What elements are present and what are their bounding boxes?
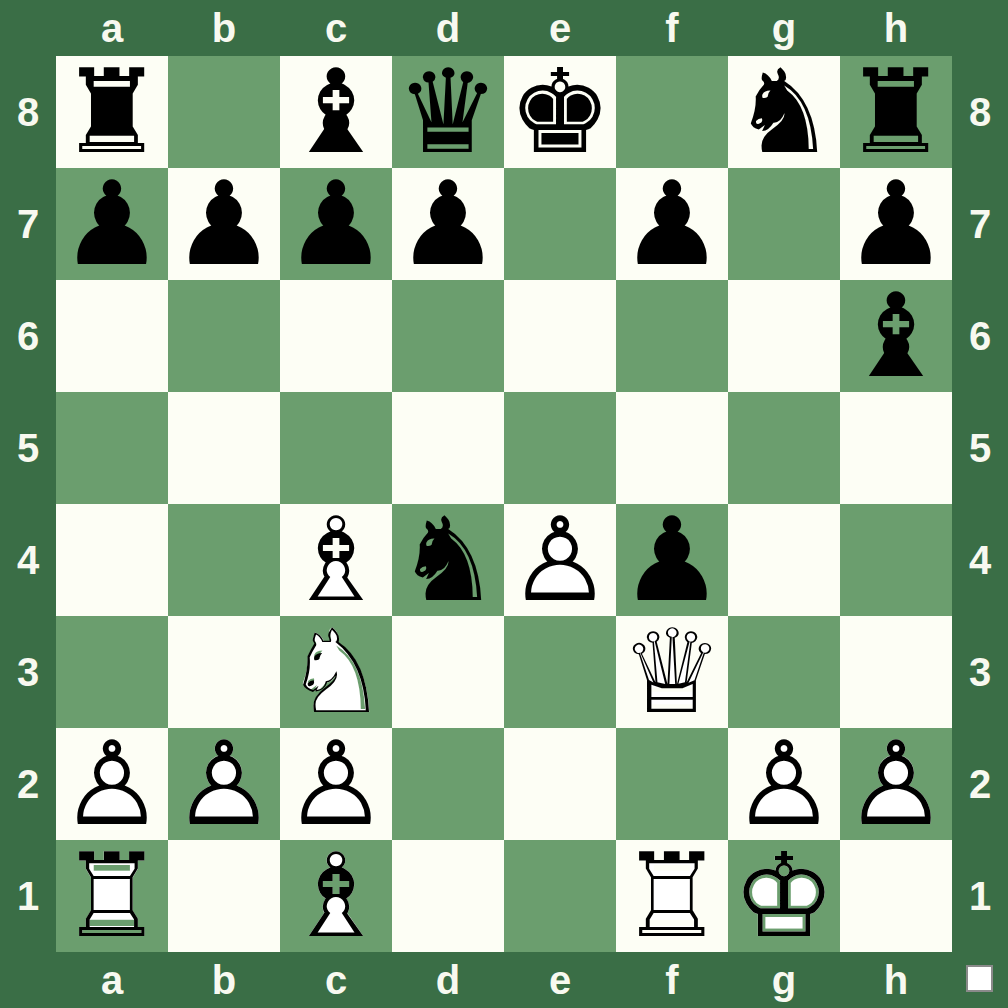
square-h5[interactable]: [840, 392, 952, 504]
black-rook: ♜: [840, 56, 952, 168]
rank-label-3: 3: [952, 616, 1008, 728]
square-b5[interactable]: [168, 392, 280, 504]
square-e7[interactable]: [504, 168, 616, 280]
square-a5[interactable]: [56, 392, 168, 504]
square-h1[interactable]: [840, 840, 952, 952]
square-e2[interactable]: [504, 728, 616, 840]
square-d8[interactable]: ♛: [392, 56, 504, 168]
file-label-e: e: [504, 952, 616, 1008]
square-d7[interactable]: ♟: [392, 168, 504, 280]
square-c8[interactable]: ♝: [280, 56, 392, 168]
black-queen: ♛: [392, 56, 504, 168]
white-queen: ♛♕: [616, 616, 728, 728]
chess-board-frame: abcdefgh 87654321 87654321 abcdefgh ♜♝♛♚…: [0, 0, 1008, 1008]
square-e3[interactable]: [504, 616, 616, 728]
black-pawn: ♟: [56, 168, 168, 280]
square-h8[interactable]: ♜: [840, 56, 952, 168]
square-e8[interactable]: ♚: [504, 56, 616, 168]
white-rook: ♜♖: [616, 840, 728, 952]
rank-label-4: 4: [952, 504, 1008, 616]
white-pawn: ♟♙: [728, 728, 840, 840]
square-e6[interactable]: [504, 280, 616, 392]
square-g2[interactable]: ♟♙: [728, 728, 840, 840]
rank-label-6: 6: [0, 280, 56, 392]
white-pawn: ♟♙: [168, 728, 280, 840]
rank-label-8: 8: [0, 56, 56, 168]
rank-label-8: 8: [952, 56, 1008, 168]
square-b1[interactable]: [168, 840, 280, 952]
rank-label-3: 3: [0, 616, 56, 728]
rank-label-2: 2: [0, 728, 56, 840]
square-a1[interactable]: ♜♖: [56, 840, 168, 952]
square-c5[interactable]: [280, 392, 392, 504]
white-to-move-indicator: [966, 965, 993, 992]
square-c7[interactable]: ♟: [280, 168, 392, 280]
rank-label-7: 7: [0, 168, 56, 280]
rank-label-1: 1: [952, 840, 1008, 952]
square-g7[interactable]: [728, 168, 840, 280]
white-pawn: ♟♙: [840, 728, 952, 840]
square-f7[interactable]: ♟: [616, 168, 728, 280]
square-e4[interactable]: ♟♙: [504, 504, 616, 616]
square-c6[interactable]: [280, 280, 392, 392]
rank-label-5: 5: [0, 392, 56, 504]
black-pawn: ♟: [616, 504, 728, 616]
square-e1[interactable]: [504, 840, 616, 952]
white-pawn: ♟♙: [504, 504, 616, 616]
square-h3[interactable]: [840, 616, 952, 728]
rank-labels-right: 87654321: [952, 56, 1008, 952]
square-a4[interactable]: [56, 504, 168, 616]
square-a7[interactable]: ♟: [56, 168, 168, 280]
square-b2[interactable]: ♟♙: [168, 728, 280, 840]
square-f8[interactable]: [616, 56, 728, 168]
square-f5[interactable]: [616, 392, 728, 504]
white-bishop: ♝♗: [280, 840, 392, 952]
black-pawn: ♟: [616, 168, 728, 280]
rank-label-5: 5: [952, 392, 1008, 504]
square-a8[interactable]: ♜: [56, 56, 168, 168]
file-label-h: h: [840, 952, 952, 1008]
square-g1[interactable]: ♚♔: [728, 840, 840, 952]
square-g3[interactable]: [728, 616, 840, 728]
black-bishop: ♝: [280, 56, 392, 168]
square-f3[interactable]: ♛♕: [616, 616, 728, 728]
black-knight: ♞: [728, 56, 840, 168]
rank-labels-left: 87654321: [0, 56, 56, 952]
chess-board[interactable]: ♜♝♛♚♞♜♟♟♟♟♟♟♝♝♗♞♟♙♟♞♘♛♕♟♙♟♙♟♙♟♙♟♙♜♖♝♗♜♖♚…: [56, 56, 952, 952]
black-pawn: ♟: [168, 168, 280, 280]
rank-label-4: 4: [0, 504, 56, 616]
white-pawn: ♟♙: [280, 728, 392, 840]
rank-label-1: 1: [0, 840, 56, 952]
square-f6[interactable]: [616, 280, 728, 392]
square-b6[interactable]: [168, 280, 280, 392]
black-pawn: ♟: [280, 168, 392, 280]
square-a3[interactable]: [56, 616, 168, 728]
square-d5[interactable]: [392, 392, 504, 504]
square-c4[interactable]: ♝♗: [280, 504, 392, 616]
square-c3[interactable]: ♞♘: [280, 616, 392, 728]
black-king: ♚: [504, 56, 616, 168]
square-d3[interactable]: [392, 616, 504, 728]
black-pawn: ♟: [392, 168, 504, 280]
square-f4[interactable]: ♟: [616, 504, 728, 616]
square-g6[interactable]: [728, 280, 840, 392]
white-bishop: ♝♗: [280, 504, 392, 616]
square-b4[interactable]: [168, 504, 280, 616]
file-label-d: d: [392, 952, 504, 1008]
file-label-b: b: [168, 0, 280, 56]
square-h7[interactable]: ♟: [840, 168, 952, 280]
square-f1[interactable]: ♜♖: [616, 840, 728, 952]
square-e5[interactable]: [504, 392, 616, 504]
black-pawn: ♟: [840, 168, 952, 280]
white-rook: ♜♖: [56, 840, 168, 952]
square-a2[interactable]: ♟♙: [56, 728, 168, 840]
square-a6[interactable]: [56, 280, 168, 392]
square-h4[interactable]: [840, 504, 952, 616]
square-f2[interactable]: [616, 728, 728, 840]
square-c1[interactable]: ♝♗: [280, 840, 392, 952]
square-d1[interactable]: [392, 840, 504, 952]
white-pawn: ♟♙: [56, 728, 168, 840]
black-knight: ♞: [392, 504, 504, 616]
square-b8[interactable]: [168, 56, 280, 168]
white-king: ♚♔: [728, 840, 840, 952]
square-b3[interactable]: [168, 616, 280, 728]
black-rook: ♜: [56, 56, 168, 168]
square-h2[interactable]: ♟♙: [840, 728, 952, 840]
square-g8[interactable]: ♞: [728, 56, 840, 168]
rank-label-7: 7: [952, 168, 1008, 280]
file-label-f: f: [616, 0, 728, 56]
white-knight: ♞♘: [280, 616, 392, 728]
square-c2[interactable]: ♟♙: [280, 728, 392, 840]
square-g4[interactable]: [728, 504, 840, 616]
rank-label-2: 2: [952, 728, 1008, 840]
square-d6[interactable]: [392, 280, 504, 392]
black-bishop: ♝: [840, 280, 952, 392]
file-label-b: b: [168, 952, 280, 1008]
square-g5[interactable]: [728, 392, 840, 504]
square-d2[interactable]: [392, 728, 504, 840]
square-b7[interactable]: ♟: [168, 168, 280, 280]
rank-label-6: 6: [952, 280, 1008, 392]
square-d4[interactable]: ♞: [392, 504, 504, 616]
square-h6[interactable]: ♝: [840, 280, 952, 392]
